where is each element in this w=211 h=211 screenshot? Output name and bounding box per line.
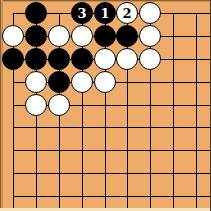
stone-white [139, 25, 161, 47]
stone-white [2, 25, 24, 47]
stone-white [25, 94, 47, 116]
stone-white [48, 94, 70, 116]
move-number-label: 3 [77, 6, 86, 19]
stone-white [116, 48, 138, 70]
stone-white [25, 71, 47, 93]
go-board: 312 [0, 0, 211, 211]
stone-black: 3 [71, 2, 93, 24]
stone-black [94, 25, 116, 47]
stone-black [48, 48, 70, 70]
move-number-label: 1 [100, 6, 109, 19]
stone-white [71, 71, 93, 93]
grid-line-horizontal [13, 196, 210, 197]
stone-black [25, 48, 47, 70]
stone-white [48, 25, 70, 47]
stone-white [94, 71, 116, 93]
stone-black [48, 71, 70, 93]
stone-white [94, 48, 116, 70]
board-edge-bottom [0, 208, 211, 211]
grid-line-horizontal [13, 173, 210, 174]
stone-white [71, 25, 93, 47]
grid-line-vertical [173, 13, 174, 208]
grid-line-horizontal [13, 127, 210, 128]
stone-black: 1 [94, 2, 116, 24]
grid-line-horizontal [13, 150, 210, 151]
stone-black [116, 25, 138, 47]
stone-black [2, 48, 24, 70]
stone-white: 2 [116, 2, 138, 24]
stone-black [71, 48, 93, 70]
board-edge-right [210, 0, 211, 211]
stone-black [25, 25, 47, 47]
move-number-label: 2 [122, 6, 131, 19]
stone-white [139, 2, 161, 24]
stone-black [25, 2, 47, 24]
stone-white [139, 48, 161, 70]
grid-line-vertical [196, 13, 197, 208]
